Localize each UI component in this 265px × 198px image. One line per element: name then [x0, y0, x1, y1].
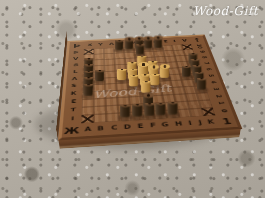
attacker-piece[interactable]: [143, 103, 153, 115]
label-glyph: I: [70, 116, 73, 121]
attacker-piece[interactable]: [131, 104, 141, 116]
label-glyph: K: [206, 119, 214, 125]
corner-castle-cell[interactable]: [81, 115, 93, 124]
label-glyph: A: [84, 126, 91, 132]
label-glyph: C: [110, 125, 117, 131]
defender-piece[interactable]: [160, 67, 169, 78]
label-glyph: T: [69, 108, 75, 113]
photo-background: XYΛ↑MNÞEIV ABCDEFGHIJK ÞV8LΛSKETI 109876…: [0, 0, 265, 198]
label-glyph: I: [173, 39, 176, 42]
attacker-piece[interactable]: [155, 103, 165, 115]
label-glyph: 0: [218, 109, 226, 113]
label-glyph: N: [142, 41, 148, 45]
label-glyph: 7: [201, 62, 208, 65]
label-glyph: Y: [98, 43, 103, 47]
label-glyph: Þ: [73, 51, 78, 55]
label-glyph: E: [70, 99, 75, 104]
defender-piece[interactable]: [140, 81, 149, 92]
label-glyph: 3: [211, 87, 219, 90]
board-cell[interactable]: [177, 109, 191, 118]
label-glyph: 1: [216, 102, 224, 106]
label-glyph: K: [70, 91, 76, 96]
label-glyph: E: [163, 40, 168, 43]
label-glyph: L: [72, 70, 77, 74]
label-glyph: 8: [73, 63, 78, 67]
label-glyph: 5: [206, 74, 213, 77]
label-glyph: M: [130, 41, 137, 45]
attacker-piece[interactable]: [94, 70, 103, 81]
label-glyph: Λ: [108, 42, 113, 46]
corner-rune-bottom-left: Ж: [61, 124, 81, 138]
label-glyph: X: [87, 43, 92, 47]
label-glyph: H: [174, 121, 182, 127]
label-glyph: 8: [199, 56, 206, 59]
label-glyph: F: [149, 123, 156, 129]
corner-rune-top-left: Þ: [69, 42, 84, 50]
label-glyph: ↑: [119, 42, 125, 46]
attacker-piece[interactable]: [119, 105, 129, 117]
label-glyph: B: [97, 126, 104, 132]
label-glyph: G: [161, 122, 169, 128]
label-glyph: J: [197, 120, 202, 126]
label-glyph: 4: [208, 80, 215, 83]
scene: XYΛ↑MNÞEIV ABCDEFGHIJK ÞV8LΛSKETI 109876…: [0, 0, 265, 198]
hnefatafl-board: XYΛ↑MNÞEIV ABCDEFGHIJK ÞV8LΛSKETI 109876…: [57, 35, 241, 141]
label-glyph: V: [73, 57, 78, 61]
defender-piece[interactable]: [128, 75, 137, 86]
label-glyph: 2: [213, 94, 221, 97]
label-glyph: S: [71, 84, 76, 89]
label-glyph: V: [181, 39, 187, 42]
label-glyph: 6: [204, 68, 211, 71]
defender-piece[interactable]: [150, 74, 159, 85]
label-glyph: Þ: [153, 40, 158, 43]
corner-rune-bottom-right: 1: [215, 115, 237, 128]
attacker-piece[interactable]: [196, 78, 205, 89]
label-glyph: 10: [195, 44, 202, 49]
label-glyph: 9: [197, 50, 204, 53]
attacker-piece[interactable]: [83, 84, 92, 96]
defender-piece[interactable]: [116, 69, 125, 80]
label-glyph: I: [188, 120, 193, 126]
attacker-piece[interactable]: [167, 102, 177, 114]
label-glyph: D: [123, 124, 131, 130]
corner-rune-top-right: ↑: [188, 36, 205, 44]
attacker-piece[interactable]: [181, 66, 190, 77]
label-glyph: E: [137, 123, 144, 129]
label-glyph: Λ: [71, 77, 77, 81]
brand-watermark: Wood-Gift: [193, 4, 258, 18]
